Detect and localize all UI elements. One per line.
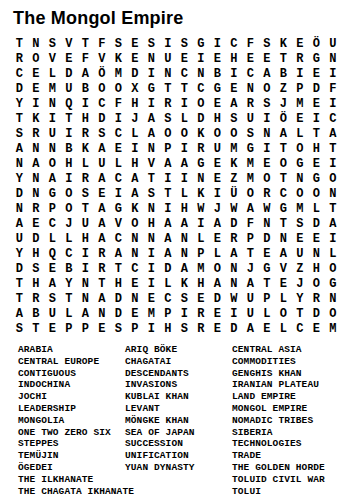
- grid-cell[interactable]: I: [143, 277, 160, 292]
- grid-cell[interactable]: T: [325, 142, 342, 157]
- grid-cell[interactable]: G: [259, 262, 276, 277]
- grid-cell[interactable]: V: [44, 52, 61, 67]
- grid-cell[interactable]: O: [325, 172, 342, 187]
- grid-cell[interactable]: I: [61, 127, 78, 142]
- grid-cell[interactable]: N: [28, 172, 45, 187]
- grid-cell[interactable]: S: [143, 37, 160, 52]
- grid-cell[interactable]: T: [11, 277, 28, 292]
- grid-cell[interactable]: E: [127, 37, 144, 52]
- grid-cell[interactable]: I: [259, 142, 276, 157]
- grid-cell[interactable]: A: [209, 277, 226, 292]
- grid-cell[interactable]: Y: [61, 277, 78, 292]
- grid-cell[interactable]: A: [242, 202, 259, 217]
- grid-cell[interactable]: E: [308, 97, 325, 112]
- grid-cell[interactable]: T: [275, 217, 292, 232]
- grid-cell[interactable]: N: [94, 307, 111, 322]
- grid-cell[interactable]: R: [160, 97, 177, 112]
- grid-cell[interactable]: R: [226, 232, 243, 247]
- grid-cell[interactable]: N: [77, 292, 94, 307]
- grid-cell[interactable]: B: [275, 67, 292, 82]
- grid-cell[interactable]: Z: [226, 172, 243, 187]
- grid-cell[interactable]: A: [77, 307, 94, 322]
- grid-cell[interactable]: A: [143, 112, 160, 127]
- grid-cell[interactable]: T: [61, 292, 78, 307]
- grid-cell[interactable]: I: [325, 157, 342, 172]
- grid-cell[interactable]: R: [77, 127, 94, 142]
- grid-cell[interactable]: N: [143, 232, 160, 247]
- grid-cell[interactable]: D: [193, 112, 210, 127]
- grid-cell[interactable]: L: [308, 202, 325, 217]
- grid-cell[interactable]: N: [325, 52, 342, 67]
- grid-cell[interactable]: M: [325, 322, 342, 337]
- grid-cell[interactable]: I: [176, 97, 193, 112]
- grid-cell[interactable]: I: [193, 217, 210, 232]
- grid-cell[interactable]: Y: [11, 172, 28, 187]
- grid-cell[interactable]: F: [94, 37, 111, 52]
- grid-cell[interactable]: U: [77, 217, 94, 232]
- grid-cell[interactable]: A: [176, 262, 193, 277]
- grid-cell[interactable]: Ü: [226, 187, 243, 202]
- grid-cell[interactable]: Y: [11, 97, 28, 112]
- grid-cell[interactable]: I: [28, 97, 45, 112]
- grid-cell[interactable]: C: [292, 322, 309, 337]
- grid-cell[interactable]: J: [292, 277, 309, 292]
- grid-cell[interactable]: V: [110, 217, 127, 232]
- grid-cell[interactable]: I: [209, 187, 226, 202]
- grid-cell[interactable]: L: [292, 127, 309, 142]
- grid-cell[interactable]: R: [193, 322, 210, 337]
- grid-cell[interactable]: D: [308, 82, 325, 97]
- grid-cell[interactable]: F: [77, 52, 94, 67]
- grid-cell[interactable]: D: [110, 292, 127, 307]
- grid-cell[interactable]: H: [226, 52, 243, 67]
- grid-cell[interactable]: A: [94, 172, 111, 187]
- grid-cell[interactable]: I: [176, 142, 193, 157]
- grid-cell[interactable]: H: [28, 277, 45, 292]
- grid-cell[interactable]: E: [110, 142, 127, 157]
- grid-cell[interactable]: I: [143, 67, 160, 82]
- grid-cell[interactable]: K: [193, 187, 210, 202]
- grid-cell[interactable]: A: [77, 67, 94, 82]
- grid-cell[interactable]: P: [160, 142, 177, 157]
- grid-cell[interactable]: S: [176, 37, 193, 52]
- grid-cell[interactable]: U: [61, 82, 78, 97]
- grid-cell[interactable]: I: [193, 52, 210, 67]
- grid-cell[interactable]: J: [242, 262, 259, 277]
- grid-cell[interactable]: K: [226, 157, 243, 172]
- grid-cell[interactable]: F: [242, 37, 259, 52]
- grid-cell[interactable]: C: [193, 82, 210, 97]
- grid-cell[interactable]: H: [308, 262, 325, 277]
- grid-cell[interactable]: N: [259, 127, 276, 142]
- grid-cell[interactable]: G: [308, 172, 325, 187]
- grid-cell[interactable]: T: [176, 82, 193, 97]
- grid-cell[interactable]: H: [193, 277, 210, 292]
- grid-cell[interactable]: O: [209, 262, 226, 277]
- grid-cell[interactable]: A: [94, 232, 111, 247]
- grid-cell[interactable]: R: [11, 52, 28, 67]
- grid-cell[interactable]: M: [242, 157, 259, 172]
- grid-cell[interactable]: G: [325, 277, 342, 292]
- grid-cell[interactable]: S: [259, 37, 276, 52]
- grid-cell[interactable]: S: [11, 127, 28, 142]
- grid-cell[interactable]: U: [242, 112, 259, 127]
- grid-cell[interactable]: T: [77, 202, 94, 217]
- grid-cell[interactable]: K: [110, 52, 127, 67]
- grid-cell[interactable]: N: [160, 67, 177, 82]
- grid-cell[interactable]: E: [308, 67, 325, 82]
- grid-cell[interactable]: N: [127, 292, 144, 307]
- grid-cell[interactable]: A: [127, 187, 144, 202]
- grid-cell[interactable]: D: [110, 307, 127, 322]
- grid-cell[interactable]: A: [11, 142, 28, 157]
- grid-cell[interactable]: D: [11, 82, 28, 97]
- grid-cell[interactable]: G: [193, 157, 210, 172]
- grid-cell[interactable]: R: [94, 262, 111, 277]
- grid-cell[interactable]: E: [28, 217, 45, 232]
- grid-cell[interactable]: O: [242, 187, 259, 202]
- grid-cell[interactable]: I: [325, 97, 342, 112]
- grid-cell[interactable]: I: [160, 172, 177, 187]
- grid-cell[interactable]: N: [193, 172, 210, 187]
- grid-cell[interactable]: E: [28, 67, 45, 82]
- grid-cell[interactable]: L: [176, 112, 193, 127]
- grid-cell[interactable]: E: [94, 187, 111, 202]
- grid-cell[interactable]: P: [127, 322, 144, 337]
- grid-cell[interactable]: A: [176, 217, 193, 232]
- grid-cell[interactable]: F: [242, 217, 259, 232]
- grid-cell[interactable]: O: [209, 127, 226, 142]
- grid-cell[interactable]: F: [110, 97, 127, 112]
- grid-cell[interactable]: B: [209, 67, 226, 82]
- grid-cell[interactable]: T: [292, 307, 309, 322]
- grid-cell[interactable]: L: [275, 292, 292, 307]
- grid-cell[interactable]: E: [259, 322, 276, 337]
- grid-cell[interactable]: O: [127, 217, 144, 232]
- grid-cell[interactable]: C: [110, 232, 127, 247]
- grid-cell[interactable]: N: [127, 247, 144, 262]
- grid-cell[interactable]: I: [77, 247, 94, 262]
- grid-cell[interactable]: I: [77, 262, 94, 277]
- grid-cell[interactable]: T: [259, 277, 276, 292]
- grid-cell[interactable]: T: [308, 127, 325, 142]
- grid-cell[interactable]: P: [61, 322, 78, 337]
- grid-cell[interactable]: R: [242, 97, 259, 112]
- grid-cell[interactable]: I: [209, 37, 226, 52]
- grid-cell[interactable]: T: [28, 322, 45, 337]
- grid-cell[interactable]: N: [259, 217, 276, 232]
- grid-cell[interactable]: T: [242, 247, 259, 262]
- grid-cell[interactable]: C: [110, 172, 127, 187]
- grid-cell[interactable]: M: [193, 262, 210, 277]
- grid-cell[interactable]: N: [226, 262, 243, 277]
- grid-cell[interactable]: A: [44, 277, 61, 292]
- grid-cell[interactable]: R: [193, 307, 210, 322]
- grid-cell[interactable]: A: [226, 97, 243, 112]
- grid-cell[interactable]: D: [226, 217, 243, 232]
- grid-cell[interactable]: A: [94, 217, 111, 232]
- grid-cell[interactable]: E: [308, 157, 325, 172]
- grid-cell[interactable]: E: [127, 52, 144, 67]
- grid-cell[interactable]: G: [209, 82, 226, 97]
- grid-cell[interactable]: L: [160, 277, 177, 292]
- grid-cell[interactable]: S: [176, 322, 193, 337]
- grid-cell[interactable]: C: [110, 127, 127, 142]
- grid-cell[interactable]: A: [275, 127, 292, 142]
- grid-cell[interactable]: D: [209, 292, 226, 307]
- grid-cell[interactable]: I: [44, 112, 61, 127]
- grid-cell[interactable]: V: [94, 52, 111, 67]
- grid-cell[interactable]: L: [77, 157, 94, 172]
- grid-cell[interactable]: P: [242, 232, 259, 247]
- grid-cell[interactable]: E: [176, 52, 193, 67]
- grid-cell[interactable]: H: [143, 217, 160, 232]
- grid-cell[interactable]: A: [94, 202, 111, 217]
- grid-cell[interactable]: N: [325, 187, 342, 202]
- grid-cell[interactable]: H: [77, 232, 94, 247]
- grid-cell[interactable]: E: [226, 82, 243, 97]
- grid-cell[interactable]: D: [226, 322, 243, 337]
- grid-cell[interactable]: T: [275, 142, 292, 157]
- grid-cell[interactable]: R: [259, 187, 276, 202]
- grid-cell[interactable]: H: [77, 112, 94, 127]
- grid-cell[interactable]: I: [226, 67, 243, 82]
- grid-cell[interactable]: O: [44, 157, 61, 172]
- grid-cell[interactable]: N: [308, 247, 325, 262]
- grid-cell[interactable]: O: [61, 202, 78, 217]
- grid-cell[interactable]: L: [275, 322, 292, 337]
- grid-cell[interactable]: I: [325, 232, 342, 247]
- grid-cell[interactable]: A: [325, 127, 342, 142]
- grid-cell[interactable]: S: [226, 112, 243, 127]
- grid-cell[interactable]: O: [292, 142, 309, 157]
- grid-cell[interactable]: G: [44, 187, 61, 202]
- grid-cell[interactable]: R: [28, 202, 45, 217]
- grid-cell[interactable]: D: [127, 67, 144, 82]
- grid-cell[interactable]: O: [176, 127, 193, 142]
- grid-cell[interactable]: K: [28, 112, 45, 127]
- grid-cell[interactable]: H: [127, 157, 144, 172]
- grid-cell[interactable]: A: [11, 307, 28, 322]
- grid-cell[interactable]: A: [110, 247, 127, 262]
- grid-cell[interactable]: O: [160, 127, 177, 142]
- grid-cell[interactable]: X: [127, 82, 144, 97]
- grid-cell[interactable]: O: [193, 97, 210, 112]
- grid-cell[interactable]: E: [209, 322, 226, 337]
- grid-cell[interactable]: S: [176, 292, 193, 307]
- grid-cell[interactable]: L: [325, 247, 342, 262]
- grid-cell[interactable]: U: [44, 127, 61, 142]
- grid-cell[interactable]: D: [11, 187, 28, 202]
- grid-cell[interactable]: I: [110, 187, 127, 202]
- grid-cell[interactable]: E: [259, 247, 276, 262]
- grid-cell[interactable]: E: [193, 292, 210, 307]
- grid-cell[interactable]: N: [143, 202, 160, 217]
- grid-cell[interactable]: E: [292, 232, 309, 247]
- grid-cell[interactable]: G: [242, 142, 259, 157]
- grid-cell[interactable]: D: [308, 307, 325, 322]
- grid-cell[interactable]: S: [94, 127, 111, 142]
- grid-cell[interactable]: O: [110, 82, 127, 97]
- grid-cell[interactable]: S: [11, 322, 28, 337]
- grid-cell[interactable]: W: [259, 202, 276, 217]
- grid-cell[interactable]: B: [28, 307, 45, 322]
- grid-cell[interactable]: E: [259, 157, 276, 172]
- grid-cell[interactable]: W: [226, 292, 243, 307]
- grid-cell[interactable]: E: [259, 52, 276, 67]
- grid-cell[interactable]: U: [44, 307, 61, 322]
- grid-cell[interactable]: N: [77, 277, 94, 292]
- grid-cell[interactable]: E: [28, 82, 45, 97]
- grid-cell[interactable]: N: [28, 187, 45, 202]
- grid-cell[interactable]: E: [94, 322, 111, 337]
- grid-cell[interactable]: J: [61, 217, 78, 232]
- grid-cell[interactable]: L: [61, 307, 78, 322]
- grid-cell[interactable]: E: [44, 262, 61, 277]
- grid-cell[interactable]: R: [193, 142, 210, 157]
- grid-cell[interactable]: I: [160, 37, 177, 52]
- grid-cell[interactable]: C: [127, 262, 144, 277]
- grid-cell[interactable]: O: [325, 262, 342, 277]
- grid-cell[interactable]: N: [176, 232, 193, 247]
- grid-cell[interactable]: N: [28, 142, 45, 157]
- grid-cell[interactable]: A: [242, 322, 259, 337]
- grid-cell[interactable]: I: [61, 172, 78, 187]
- grid-cell[interactable]: A: [44, 172, 61, 187]
- grid-cell[interactable]: I: [176, 307, 193, 322]
- grid-cell[interactable]: A: [127, 172, 144, 187]
- grid-cell[interactable]: O: [275, 307, 292, 322]
- grid-cell[interactable]: T: [61, 112, 78, 127]
- grid-cell[interactable]: N: [325, 292, 342, 307]
- grid-cell[interactable]: N: [28, 37, 45, 52]
- grid-cell[interactable]: J: [275, 97, 292, 112]
- grid-cell[interactable]: C: [11, 67, 28, 82]
- grid-cell[interactable]: N: [242, 82, 259, 97]
- grid-cell[interactable]: S: [44, 292, 61, 307]
- grid-cell[interactable]: I: [143, 247, 160, 262]
- grid-cell[interactable]: C: [61, 247, 78, 262]
- grid-cell[interactable]: S: [44, 37, 61, 52]
- grid-cell[interactable]: E: [209, 172, 226, 187]
- grid-cell[interactable]: N: [127, 232, 144, 247]
- grid-cell[interactable]: I: [127, 142, 144, 157]
- grid-cell[interactable]: C: [325, 112, 342, 127]
- grid-cell[interactable]: E: [209, 97, 226, 112]
- grid-cell[interactable]: P: [292, 82, 309, 97]
- grid-cell[interactable]: V: [143, 157, 160, 172]
- grid-cell[interactable]: I: [176, 172, 193, 187]
- grid-cell[interactable]: T: [143, 172, 160, 187]
- grid-cell[interactable]: J: [127, 112, 144, 127]
- grid-cell[interactable]: L: [209, 247, 226, 262]
- grid-cell[interactable]: A: [160, 247, 177, 262]
- grid-cell[interactable]: E: [127, 307, 144, 322]
- grid-cell[interactable]: N: [11, 157, 28, 172]
- grid-cell[interactable]: I: [160, 202, 177, 217]
- grid-cell[interactable]: E: [209, 232, 226, 247]
- grid-cell[interactable]: S: [143, 187, 160, 202]
- grid-cell[interactable]: N: [292, 172, 309, 187]
- grid-cell[interactable]: U: [11, 232, 28, 247]
- grid-cell[interactable]: S: [259, 97, 276, 112]
- grid-cell[interactable]: A: [94, 142, 111, 157]
- grid-cell[interactable]: Q: [61, 97, 78, 112]
- grid-cell[interactable]: P: [259, 292, 276, 307]
- grid-cell[interactable]: D: [28, 232, 45, 247]
- grid-cell[interactable]: T: [11, 112, 28, 127]
- grid-cell[interactable]: O: [308, 187, 325, 202]
- grid-cell[interactable]: J: [209, 202, 226, 217]
- grid-cell[interactable]: U: [209, 142, 226, 157]
- grid-cell[interactable]: C: [44, 217, 61, 232]
- grid-cell[interactable]: I: [143, 262, 160, 277]
- grid-cell[interactable]: Z: [292, 262, 309, 277]
- grid-cell[interactable]: M: [292, 97, 309, 112]
- grid-cell[interactable]: G: [292, 157, 309, 172]
- grid-cell[interactable]: L: [193, 232, 210, 247]
- grid-cell[interactable]: E: [61, 52, 78, 67]
- grid-cell[interactable]: E: [44, 322, 61, 337]
- grid-cell[interactable]: A: [242, 277, 259, 292]
- grid-cell[interactable]: B: [77, 82, 94, 97]
- grid-cell[interactable]: Q: [44, 247, 61, 262]
- grid-cell[interactable]: B: [61, 262, 78, 277]
- grid-cell[interactable]: N: [143, 52, 160, 67]
- grid-cell[interactable]: A: [226, 247, 243, 262]
- grid-cell[interactable]: B: [61, 142, 78, 157]
- grid-cell[interactable]: A: [176, 157, 193, 172]
- grid-cell[interactable]: O: [275, 157, 292, 172]
- grid-cell[interactable]: I: [77, 97, 94, 112]
- grid-cell[interactable]: H: [308, 142, 325, 157]
- grid-cell[interactable]: V: [275, 262, 292, 277]
- grid-cell[interactable]: G: [193, 37, 210, 52]
- grid-cell[interactable]: V: [61, 37, 78, 52]
- grid-cell[interactable]: E: [209, 157, 226, 172]
- grid-cell[interactable]: M: [110, 67, 127, 82]
- grid-cell[interactable]: E: [308, 322, 325, 337]
- grid-cell[interactable]: M: [242, 172, 259, 187]
- grid-cell[interactable]: P: [160, 307, 177, 322]
- grid-cell[interactable]: T: [325, 202, 342, 217]
- grid-cell[interactable]: Ö: [308, 37, 325, 52]
- grid-cell[interactable]: A: [209, 217, 226, 232]
- grid-cell[interactable]: W: [193, 202, 210, 217]
- grid-cell[interactable]: E: [292, 112, 309, 127]
- grid-cell[interactable]: C: [94, 97, 111, 112]
- grid-cell[interactable]: G: [143, 82, 160, 97]
- grid-cell[interactable]: G: [110, 202, 127, 217]
- grid-cell[interactable]: L: [127, 127, 144, 142]
- grid-cell[interactable]: D: [11, 262, 28, 277]
- grid-cell[interactable]: I: [308, 112, 325, 127]
- grid-cell[interactable]: S: [77, 187, 94, 202]
- grid-cell[interactable]: I: [292, 67, 309, 82]
- grid-cell[interactable]: S: [28, 262, 45, 277]
- grid-cell[interactable]: A: [160, 217, 177, 232]
- grid-cell[interactable]: U: [160, 52, 177, 67]
- grid-cell[interactable]: E: [292, 37, 309, 52]
- grid-cell[interactable]: Y: [11, 247, 28, 262]
- grid-cell[interactable]: U: [292, 247, 309, 262]
- grid-cell[interactable]: H: [110, 277, 127, 292]
- grid-cell[interactable]: N: [143, 142, 160, 157]
- grid-cell[interactable]: L: [44, 67, 61, 82]
- grid-cell[interactable]: D: [94, 112, 111, 127]
- grid-cell[interactable]: M: [292, 202, 309, 217]
- grid-cell[interactable]: O: [226, 127, 243, 142]
